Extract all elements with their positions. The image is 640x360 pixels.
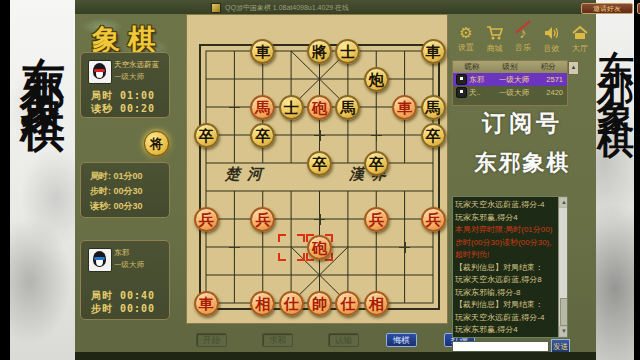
- piece-車-red[interactable]: 車: [194, 291, 219, 316]
- app-icon: [211, 3, 221, 13]
- chat-message: 玩家东邪赢,得分4: [455, 324, 557, 337]
- piece-馬-black[interactable]: 馬: [335, 95, 360, 120]
- chat-messages: 玩家天空永远蔚蓝,得分-4玩家东邪赢,得分4本局对弈时限:局时(01分00)步时…: [455, 199, 557, 337]
- undo-move-button[interactable]: 悔棋: [386, 333, 417, 347]
- opponent-game-time: 局时 01:00: [91, 89, 155, 103]
- self-avatar: [88, 248, 112, 272]
- scroll-down-arrow[interactable]: ▼: [559, 326, 568, 337]
- chat-message: 玩家天空永远蔚蓝,得分-4: [455, 312, 557, 325]
- piece-兵-red[interactable]: 兵: [421, 207, 446, 232]
- player-row[interactable]: 东邪 一级大师 2571: [453, 73, 567, 86]
- player-row[interactable]: 天.. 一级大师 2420: [453, 86, 567, 99]
- piece-馬-black[interactable]: 馬: [421, 95, 446, 120]
- piece-砲-red[interactable]: 砲: [307, 95, 332, 120]
- piece-兵-red[interactable]: 兵: [364, 207, 389, 232]
- shop-tool[interactable]: 商城: [482, 24, 508, 58]
- cart-icon: [482, 25, 508, 43]
- home-icon: [567, 25, 593, 43]
- piece-卒-black[interactable]: 卒: [194, 123, 219, 148]
- piece-兵-red[interactable]: 兵: [250, 207, 275, 232]
- piece-砲-red[interactable]: 砲: [307, 235, 332, 260]
- star-point: [314, 130, 325, 141]
- gear-icon: ⚙: [453, 24, 479, 42]
- setting-game-time: 局时: 01分00: [90, 170, 143, 183]
- self-name: 东邪: [114, 248, 129, 258]
- speaker-icon: [539, 25, 565, 43]
- piece-卒-black[interactable]: 卒: [364, 151, 389, 176]
- chat-log: 玩家天空永远蔚蓝,得分-4玩家东邪赢,得分4本局对弈时限:局时(01分00)步时…: [452, 196, 568, 338]
- xiangqi-board[interactable]: 楚河 漢界 車將士車炮馬士砲馬車馬卒卒卒卒卒兵兵兵兵砲車相仕帥仕相: [186, 14, 448, 324]
- star-point: [399, 242, 410, 253]
- chat-scrollbar[interactable]: ▲ ▼: [558, 197, 567, 337]
- piece-車-black[interactable]: 車: [250, 39, 275, 64]
- piece-相-red[interactable]: 相: [250, 291, 275, 316]
- title-bar: QQ游中国象棋 1.08at4098u1.4029 在线 邀请好友 — ×: [75, 0, 596, 14]
- piece-帥-red[interactable]: 帥: [307, 291, 332, 316]
- left-black-bar: [0, 0, 10, 360]
- piece-卒-black[interactable]: 卒: [421, 123, 446, 148]
- piece-士-black[interactable]: 士: [279, 95, 304, 120]
- left-watermark-text: 东邪象棋: [13, 20, 73, 88]
- resign-button[interactable]: 认输: [328, 333, 359, 347]
- piece-相-red[interactable]: 相: [364, 291, 389, 316]
- music-tool[interactable]: ♪ 音乐: [510, 24, 536, 58]
- setting-countdown: 读秒: 00分30: [90, 200, 143, 213]
- screen: 东邪象棋 东邪象棋 QQ游中国象棋 1.08at4098u1.4029 在线 邀…: [0, 0, 640, 360]
- piece-卒-black[interactable]: 卒: [250, 123, 275, 148]
- chat-message: 玩家东邪输,得分-8: [455, 287, 557, 300]
- sound-tool[interactable]: 音效: [539, 24, 565, 58]
- opponent-rank: 一级大师: [114, 72, 144, 82]
- right-calligraphy-strip: 东邪象棋: [596, 0, 634, 360]
- piece-仕-red[interactable]: 仕: [335, 291, 360, 316]
- self-step-time: 步时 00:00: [91, 302, 155, 316]
- self-info-panel: 东邪 一级大师 局时 00:40 步时 00:00: [80, 240, 170, 320]
- piece-卒-black[interactable]: 卒: [307, 151, 332, 176]
- toolbar: ⚙ 设置 商城 ♪ 音乐 音效: [453, 24, 593, 58]
- music-muted-icon: ♪: [510, 24, 536, 42]
- piece-仕-red[interactable]: 仕: [279, 291, 304, 316]
- piece-將-black[interactable]: 將: [307, 39, 332, 64]
- piece-車-black[interactable]: 車: [421, 39, 446, 64]
- piece-兵-red[interactable]: 兵: [194, 207, 219, 232]
- self-game-time: 局时 00:40: [91, 289, 155, 303]
- piece-炮-black[interactable]: 炮: [364, 67, 389, 92]
- time-settings-panel: 局时: 01分00 步时: 00分30 读秒: 00分30: [80, 162, 170, 218]
- chat-message: 【裁判信息】对局结束：: [455, 299, 557, 312]
- setting-step-time: 步时: 00分30: [90, 185, 143, 198]
- opponent-avatar: [88, 60, 112, 84]
- star-point: [314, 214, 325, 225]
- river-label-chu: 楚河: [225, 165, 269, 184]
- piece-車-red[interactable]: 車: [392, 95, 417, 120]
- star-point: [229, 242, 240, 253]
- player-list-scrollbar[interactable]: ▲: [568, 61, 579, 75]
- chat-message: 玩家天空永远蔚蓝,得分-4: [455, 199, 557, 212]
- opponent-name: 天空永远蔚蓝: [114, 60, 159, 70]
- scroll-up-arrow[interactable]: ▲: [559, 197, 568, 208]
- subscribe-overlay: 订阅号 东邪象棋: [450, 108, 595, 178]
- settings-tool[interactable]: ⚙ 设置: [453, 24, 479, 58]
- star-point: [371, 130, 382, 141]
- overlay-line1: 订阅号: [450, 108, 595, 139]
- chat-message: 本局对弈时限:局时(01分00)步时(00分30)读秒(00分30),超时判负!: [455, 224, 557, 262]
- chat-message: 玩家天空永远蔚蓝,得分8: [455, 274, 557, 287]
- offer-draw-button[interactable]: 求和: [262, 333, 293, 347]
- player-list: 昵称 级别 积分 东邪 一级大师 2571 天.. 一级大师 2420: [452, 60, 568, 106]
- left-calligraphy-strip: 东邪象棋: [10, 0, 75, 360]
- player-avatar-icon: [456, 87, 467, 98]
- invite-friends-button[interactable]: 邀请好友: [581, 3, 633, 14]
- right-watermark-text: 东邪象棋: [590, 20, 640, 116]
- game-window: QQ游中国象棋 1.08at4098u1.4029 在线 邀请好友 — × 象棋…: [75, 0, 596, 360]
- window-title: QQ游中国象棋 1.08at4098u1.4029 在线: [225, 3, 349, 13]
- overlay-line2: 东邪象棋: [450, 148, 595, 178]
- player-list-header: 昵称 级别 积分: [453, 61, 567, 73]
- player-avatar-icon: [456, 74, 467, 85]
- piece-士-black[interactable]: 士: [335, 39, 360, 64]
- last-move-from-marker: [278, 234, 305, 261]
- opponent-info-panel: 天空永远蔚蓝 一级大师 局时 01:00 读秒 00:20: [80, 52, 170, 118]
- self-rank: 一级大师: [114, 260, 144, 270]
- chat-input[interactable]: [452, 341, 549, 352]
- star-point: [229, 102, 240, 113]
- start-button[interactable]: 开始: [196, 333, 227, 347]
- opponent-countdown-time: 读秒 00:20: [91, 102, 155, 116]
- chat-message: 玩家东邪赢,得分4: [455, 212, 557, 225]
- piece-馬-red[interactable]: 馬: [250, 95, 275, 120]
- chat-message: 【裁判信息】对局结束：: [455, 262, 557, 275]
- check-indicator: 将: [144, 131, 169, 156]
- send-button[interactable]: 发送: [551, 339, 570, 353]
- window-bottom-edge: [75, 352, 596, 360]
- scroll-thumb[interactable]: [560, 298, 568, 326]
- lobby-tool[interactable]: 大厅: [567, 24, 593, 58]
